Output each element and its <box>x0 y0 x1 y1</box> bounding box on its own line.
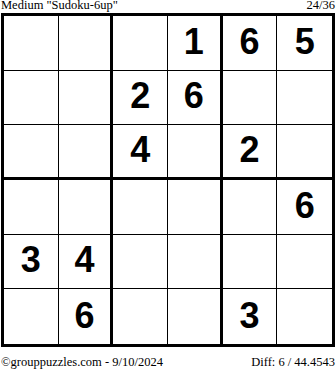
cell-r1c6: 5 <box>277 16 332 71</box>
given-digit: 2 <box>239 132 259 168</box>
cell-r5c1: 3 <box>4 235 59 290</box>
given-digit: 3 <box>239 298 259 334</box>
cell-r2c3: 2 <box>113 71 168 126</box>
cell-r4c5[interactable] <box>223 180 278 235</box>
given-digit: 3 <box>21 242 41 278</box>
given-digit: 4 <box>74 242 94 278</box>
difficulty-text: Diff: 6 / 44.4543 <box>251 355 335 369</box>
cell-r3c3: 4 <box>113 125 168 180</box>
cell-r2c1[interactable] <box>4 71 59 126</box>
given-digit: 2 <box>130 78 150 114</box>
cell-r6c6[interactable] <box>277 289 332 344</box>
page: { "game": "Sudoku 6x6 (Sudoku-6up)", "po… <box>0 0 336 370</box>
given-digit: 5 <box>295 24 315 60</box>
cell-r1c4: 1 <box>168 16 223 71</box>
given-digit: 1 <box>184 24 204 60</box>
cell-r6c1[interactable] <box>4 289 59 344</box>
cell-r1c2[interactable] <box>59 16 114 71</box>
cell-r4c1[interactable] <box>4 180 59 235</box>
cell-r4c3[interactable] <box>113 180 168 235</box>
cell-r2c6[interactable] <box>277 71 332 126</box>
cell-r4c4[interactable] <box>168 180 223 235</box>
header: Medium "Sudoku-6up" 24/36 <box>1 0 335 12</box>
cell-r1c3[interactable] <box>113 16 168 71</box>
cell-r5c5[interactable] <box>223 235 278 290</box>
given-digit: 6 <box>74 298 94 334</box>
cell-r6c5: 3 <box>223 289 278 344</box>
cell-r5c3[interactable] <box>113 235 168 290</box>
cell-r3c2[interactable] <box>59 125 114 180</box>
cell-r6c4[interactable] <box>168 289 223 344</box>
copyright-text: ©grouppuzzles.com - 9/10/2024 <box>1 355 163 369</box>
cell-r2c2[interactable] <box>59 71 114 126</box>
cell-r5c4[interactable] <box>168 235 223 290</box>
cell-r6c2: 6 <box>59 289 114 344</box>
cell-r3c5: 2 <box>223 125 278 180</box>
cell-r2c5[interactable] <box>223 71 278 126</box>
footer: ©grouppuzzles.com - 9/10/2024 Diff: 6 / … <box>1 355 335 369</box>
cell-r1c5: 6 <box>223 16 278 71</box>
cell-r6c3[interactable] <box>113 289 168 344</box>
cell-r3c6[interactable] <box>277 125 332 180</box>
given-digit: 6 <box>239 24 259 60</box>
cell-r4c2[interactable] <box>59 180 114 235</box>
cell-r3c4[interactable] <box>168 125 223 180</box>
cell-r3c1[interactable] <box>4 125 59 180</box>
cell-r2c4: 6 <box>168 71 223 126</box>
cell-r5c6[interactable] <box>277 235 332 290</box>
sudoku-board: 165264263463 <box>1 13 335 347</box>
progress-counter: 24/36 <box>307 0 335 12</box>
cell-r5c2: 4 <box>59 235 114 290</box>
cell-r1c1[interactable] <box>4 16 59 71</box>
given-digit: 6 <box>295 188 315 224</box>
puzzle-title: Medium "Sudoku-6up" <box>1 0 118 12</box>
given-digit: 6 <box>184 78 204 114</box>
cell-r4c6: 6 <box>277 180 332 235</box>
given-digit: 4 <box>130 132 150 168</box>
